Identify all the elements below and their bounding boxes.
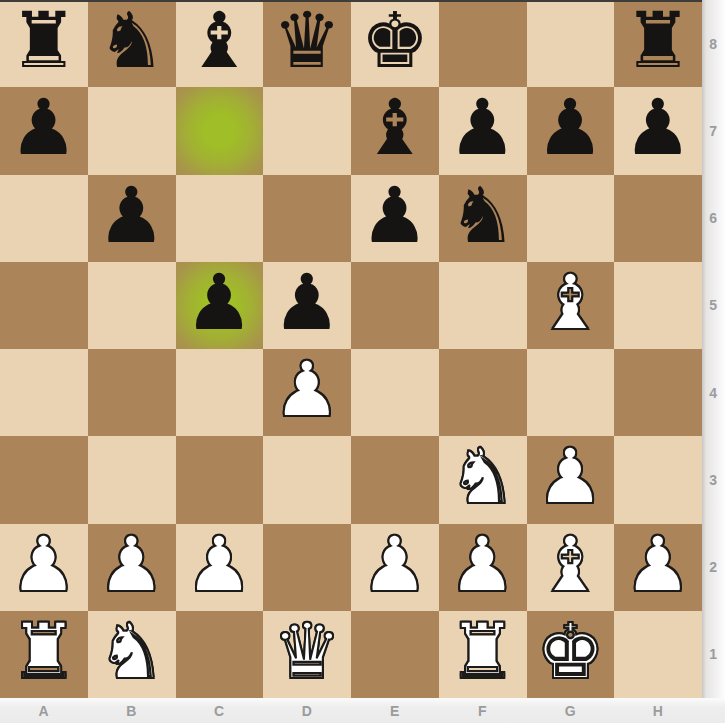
white-knight[interactable]: ♞	[448, 438, 517, 515]
rank-label-1: 1	[702, 611, 725, 698]
black-pawn[interactable]: ♟	[9, 89, 78, 166]
white-pawn[interactable]: ♟	[185, 526, 254, 603]
square-a3[interactable]	[0, 436, 88, 523]
square-e3[interactable]	[351, 436, 439, 523]
square-g5[interactable]: ♝	[527, 262, 615, 349]
board-top-edge	[0, 0, 702, 2]
square-d8[interactable]: ♛	[263, 0, 351, 87]
square-a6[interactable]	[0, 175, 88, 262]
square-g7[interactable]: ♟	[527, 87, 615, 174]
white-pawn[interactable]: ♟	[97, 526, 166, 603]
square-h3[interactable]	[614, 436, 702, 523]
rank-label-4: 4	[702, 349, 725, 436]
square-e1[interactable]	[351, 611, 439, 698]
file-label-h: H	[614, 698, 702, 723]
square-b1[interactable]: ♞	[88, 611, 176, 698]
black-knight[interactable]: ♞	[97, 2, 166, 79]
white-bishop[interactable]: ♝	[536, 264, 605, 341]
chess-board: ♜♞♝♛♚♜♟♝♟♟♟♟♟♞♟♟♝♟♞♟♟♟♟♟♟♝♟♜♞♛♜♚	[0, 0, 702, 698]
square-c3[interactable]	[176, 436, 264, 523]
square-e8[interactable]: ♚	[351, 0, 439, 87]
rank-label-7: 7	[702, 87, 725, 174]
black-pawn[interactable]: ♟	[536, 89, 605, 166]
square-a1[interactable]: ♜	[0, 611, 88, 698]
square-d5[interactable]: ♟	[263, 262, 351, 349]
black-bishop[interactable]: ♝	[185, 2, 254, 79]
file-labels-row: ABCDEFGH	[0, 698, 702, 723]
square-e4[interactable]	[351, 349, 439, 436]
black-king[interactable]: ♚	[360, 2, 429, 79]
file-label-d: D	[263, 698, 351, 723]
square-c6[interactable]	[176, 175, 264, 262]
square-h8[interactable]: ♜	[614, 0, 702, 87]
square-a2[interactable]: ♟	[0, 524, 88, 611]
black-bishop[interactable]: ♝	[360, 89, 429, 166]
white-king[interactable]: ♚	[536, 613, 605, 690]
square-d6[interactable]	[263, 175, 351, 262]
square-b7[interactable]	[88, 87, 176, 174]
file-label-e: E	[351, 698, 439, 723]
square-f8[interactable]	[439, 0, 527, 87]
square-a7[interactable]: ♟	[0, 87, 88, 174]
black-queen[interactable]: ♛	[273, 2, 342, 79]
square-f1[interactable]: ♜	[439, 611, 527, 698]
square-g8[interactable]	[527, 0, 615, 87]
rank-label-2: 2	[702, 524, 725, 611]
rank-label-6: 6	[702, 175, 725, 262]
square-b3[interactable]	[88, 436, 176, 523]
file-coordinates: ABCDEFGH	[0, 698, 725, 723]
square-e7[interactable]: ♝	[351, 87, 439, 174]
white-pawn[interactable]: ♟	[360, 526, 429, 603]
square-f2[interactable]: ♟	[439, 524, 527, 611]
square-c2[interactable]: ♟	[176, 524, 264, 611]
square-c5[interactable]: ♟	[176, 262, 264, 349]
square-d4[interactable]: ♟	[263, 349, 351, 436]
square-f4[interactable]	[439, 349, 527, 436]
square-g3[interactable]: ♟	[527, 436, 615, 523]
black-pawn[interactable]: ♟	[624, 89, 693, 166]
black-pawn[interactable]: ♟	[185, 264, 254, 341]
black-rook[interactable]: ♜	[9, 2, 78, 79]
rank-label-8: 8	[702, 0, 725, 87]
square-g2[interactable]: ♝	[527, 524, 615, 611]
black-pawn[interactable]: ♟	[273, 264, 342, 341]
square-h4[interactable]	[614, 349, 702, 436]
square-d1[interactable]: ♛	[263, 611, 351, 698]
square-h1[interactable]	[614, 611, 702, 698]
square-h2[interactable]: ♟	[614, 524, 702, 611]
white-knight[interactable]: ♞	[97, 613, 166, 690]
rank-label-5: 5	[702, 262, 725, 349]
square-g4[interactable]	[527, 349, 615, 436]
square-a8[interactable]: ♜	[0, 0, 88, 87]
black-pawn[interactable]: ♟	[97, 177, 166, 254]
rank-label-3: 3	[702, 436, 725, 523]
square-f3[interactable]: ♞	[439, 436, 527, 523]
square-b5[interactable]	[88, 262, 176, 349]
square-d3[interactable]	[263, 436, 351, 523]
square-b6[interactable]: ♟	[88, 175, 176, 262]
black-rook[interactable]: ♜	[624, 2, 693, 79]
black-pawn[interactable]: ♟	[448, 89, 517, 166]
square-c8[interactable]: ♝	[176, 0, 264, 87]
white-pawn[interactable]: ♟	[273, 351, 342, 428]
square-a4[interactable]	[0, 349, 88, 436]
square-b4[interactable]	[88, 349, 176, 436]
square-a5[interactable]	[0, 262, 88, 349]
white-bishop[interactable]: ♝	[536, 526, 605, 603]
file-label-c: C	[176, 698, 264, 723]
square-d2[interactable]	[263, 524, 351, 611]
square-g6[interactable]	[527, 175, 615, 262]
white-queen[interactable]: ♛	[273, 613, 342, 690]
square-h6[interactable]	[614, 175, 702, 262]
square-c1[interactable]	[176, 611, 264, 698]
square-c4[interactable]	[176, 349, 264, 436]
file-label-f: F	[439, 698, 527, 723]
chess-board-app: ♜♞♝♛♚♜♟♝♟♟♟♟♟♞♟♟♝♟♞♟♟♟♟♟♟♝♟♜♞♛♜♚ 8765432…	[0, 0, 725, 723]
square-e5[interactable]	[351, 262, 439, 349]
square-f7[interactable]: ♟	[439, 87, 527, 174]
square-c7[interactable]	[176, 87, 264, 174]
square-d7[interactable]	[263, 87, 351, 174]
black-pawn[interactable]: ♟	[360, 177, 429, 254]
black-knight[interactable]: ♞	[448, 177, 517, 254]
square-f6[interactable]: ♞	[439, 175, 527, 262]
file-label-a: A	[0, 698, 88, 723]
square-b2[interactable]: ♟	[88, 524, 176, 611]
white-pawn[interactable]: ♟	[624, 526, 693, 603]
square-e6[interactable]: ♟	[351, 175, 439, 262]
file-label-b: B	[88, 698, 176, 723]
file-label-g: G	[527, 698, 615, 723]
square-h5[interactable]	[614, 262, 702, 349]
square-h7[interactable]: ♟	[614, 87, 702, 174]
white-rook[interactable]: ♜	[448, 613, 517, 690]
white-pawn[interactable]: ♟	[536, 438, 605, 515]
white-pawn[interactable]: ♟	[9, 526, 78, 603]
square-e2[interactable]: ♟	[351, 524, 439, 611]
square-g1[interactable]: ♚	[527, 611, 615, 698]
white-rook[interactable]: ♜	[9, 613, 78, 690]
rank-coordinates: 87654321	[702, 0, 725, 698]
square-f5[interactable]	[439, 262, 527, 349]
square-b8[interactable]: ♞	[88, 0, 176, 87]
white-pawn[interactable]: ♟	[448, 526, 517, 603]
